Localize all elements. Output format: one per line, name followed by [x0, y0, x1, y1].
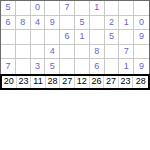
grid-cell[interactable] [75, 59, 90, 74]
grid-cell[interactable] [16, 59, 31, 74]
grid-cell[interactable]: 9 [134, 30, 149, 45]
grid-cell[interactable] [45, 1, 60, 16]
column-sum: 23 [17, 76, 32, 88]
grid-cell[interactable]: 5 [1, 1, 16, 16]
column-sum: 11 [31, 76, 46, 88]
grid-cell[interactable]: 7 [119, 45, 134, 60]
grid-cell[interactable]: 7 [60, 1, 75, 16]
grid-cell[interactable] [105, 45, 120, 60]
grid-cell[interactable] [134, 45, 149, 60]
column-sum: 20 [2, 76, 17, 88]
grid-cell[interactable]: 5 [105, 30, 120, 45]
column-sum: 28 [46, 76, 61, 88]
grid-cell[interactable] [60, 59, 75, 74]
grid-cell[interactable]: 1 [75, 30, 90, 45]
grid-cell[interactable] [1, 45, 16, 60]
grid-cell[interactable]: 8 [16, 16, 31, 31]
grid-cell[interactable]: 4 [45, 45, 60, 60]
digit-grid: 5071684952106159487735619 [0, 0, 150, 74]
grid-cell[interactable]: 6 [60, 30, 75, 45]
grid-cell[interactable] [90, 16, 105, 31]
puzzle-board: 5071684952106159487735619 20231128271226… [0, 0, 150, 90]
column-sum: 26 [90, 76, 105, 88]
grid-cell[interactable] [45, 30, 60, 45]
column-sum: 28 [133, 76, 148, 88]
grid-cell[interactable]: 5 [75, 16, 90, 31]
grid-cell[interactable]: 1 [90, 1, 105, 16]
grid-cell[interactable]: 0 [134, 16, 149, 31]
grid-cell[interactable]: 6 [1, 16, 16, 31]
grid-cell[interactable]: 1 [119, 59, 134, 74]
grid-cell[interactable]: 8 [90, 45, 105, 60]
grid-cell[interactable] [119, 1, 134, 16]
column-sum: 27 [104, 76, 119, 88]
grid-cell[interactable]: 9 [134, 59, 149, 74]
grid-cell[interactable] [134, 1, 149, 16]
grid-cell[interactable]: 5 [45, 59, 60, 74]
grid-cell[interactable] [105, 59, 120, 74]
grid-cell[interactable] [16, 30, 31, 45]
grid-cell[interactable]: 1 [119, 16, 134, 31]
grid-cell[interactable]: 7 [1, 59, 16, 74]
column-sum: 23 [119, 76, 134, 88]
grid-cell[interactable] [16, 45, 31, 60]
grid-cell[interactable] [75, 1, 90, 16]
grid-cell[interactable] [1, 30, 16, 45]
column-sums-row: 20231128271226272328 [0, 74, 150, 90]
grid-cell[interactable] [31, 30, 46, 45]
grid-cell[interactable]: 4 [31, 16, 46, 31]
grid-cell[interactable] [31, 45, 46, 60]
grid-cell[interactable] [119, 30, 134, 45]
grid-cell[interactable] [90, 30, 105, 45]
grid-cell[interactable] [105, 1, 120, 16]
grid-cell[interactable] [60, 45, 75, 60]
grid-cell[interactable]: 6 [90, 59, 105, 74]
grid-cell[interactable] [16, 1, 31, 16]
grid-cell[interactable]: 3 [31, 59, 46, 74]
column-sum: 27 [60, 76, 75, 88]
column-sum: 12 [75, 76, 90, 88]
grid-cell[interactable] [60, 16, 75, 31]
grid-cell[interactable] [75, 45, 90, 60]
grid-cell[interactable]: 9 [45, 16, 60, 31]
grid-cell[interactable]: 2 [105, 16, 120, 31]
grid-cell[interactable]: 0 [31, 1, 46, 16]
